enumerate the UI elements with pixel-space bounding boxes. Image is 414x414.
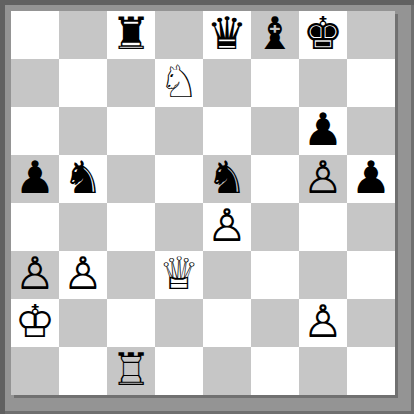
square-a7[interactable] xyxy=(11,59,59,107)
black-bishop[interactable]: ♝ xyxy=(255,11,295,58)
white-rook[interactable]: ♖ xyxy=(111,347,151,394)
square-b3[interactable]: ♙ xyxy=(59,251,107,299)
white-king[interactable]: ♔ xyxy=(15,299,55,346)
square-h8[interactable] xyxy=(347,11,395,59)
square-f2[interactable] xyxy=(251,299,299,347)
square-g1[interactable] xyxy=(299,347,347,395)
black-king[interactable]: ♚ xyxy=(303,11,343,58)
square-d5[interactable] xyxy=(155,155,203,203)
square-a2[interactable]: ♔ xyxy=(11,299,59,347)
square-e7[interactable] xyxy=(203,59,251,107)
square-c3[interactable] xyxy=(107,251,155,299)
square-g7[interactable] xyxy=(299,59,347,107)
square-f4[interactable] xyxy=(251,203,299,251)
board-frame: ♜♛♝♚♘♟♟♞♞♙♟♙♙♙♕♔♙♖ xyxy=(0,0,414,414)
square-c1[interactable]: ♖ xyxy=(107,347,155,395)
square-b4[interactable] xyxy=(59,203,107,251)
square-d7[interactable]: ♘ xyxy=(155,59,203,107)
square-b5[interactable]: ♞ xyxy=(59,155,107,203)
square-g3[interactable] xyxy=(299,251,347,299)
square-g6[interactable]: ♟ xyxy=(299,107,347,155)
square-h3[interactable] xyxy=(347,251,395,299)
square-c8[interactable]: ♜ xyxy=(107,11,155,59)
white-pawn[interactable]: ♙ xyxy=(207,203,247,250)
square-f3[interactable] xyxy=(251,251,299,299)
square-b1[interactable] xyxy=(59,347,107,395)
square-a4[interactable] xyxy=(11,203,59,251)
square-e6[interactable] xyxy=(203,107,251,155)
square-e1[interactable] xyxy=(203,347,251,395)
square-d8[interactable] xyxy=(155,11,203,59)
square-f6[interactable] xyxy=(251,107,299,155)
square-g8[interactable]: ♚ xyxy=(299,11,347,59)
square-h6[interactable] xyxy=(347,107,395,155)
black-pawn[interactable]: ♟ xyxy=(351,155,391,202)
square-h5[interactable]: ♟ xyxy=(347,155,395,203)
square-c2[interactable] xyxy=(107,299,155,347)
square-a3[interactable]: ♙ xyxy=(11,251,59,299)
square-h2[interactable] xyxy=(347,299,395,347)
square-d2[interactable] xyxy=(155,299,203,347)
white-queen[interactable]: ♕ xyxy=(159,251,199,298)
black-rook[interactable]: ♜ xyxy=(111,11,151,58)
square-a6[interactable] xyxy=(11,107,59,155)
square-d1[interactable] xyxy=(155,347,203,395)
square-a5[interactable]: ♟ xyxy=(11,155,59,203)
square-h1[interactable] xyxy=(347,347,395,395)
square-h7[interactable] xyxy=(347,59,395,107)
square-f1[interactable] xyxy=(251,347,299,395)
white-knight[interactable]: ♘ xyxy=(159,59,199,106)
square-a1[interactable] xyxy=(11,347,59,395)
white-pawn[interactable]: ♙ xyxy=(303,155,343,202)
square-c7[interactable] xyxy=(107,59,155,107)
square-f5[interactable] xyxy=(251,155,299,203)
chess-board: ♜♛♝♚♘♟♟♞♞♙♟♙♙♙♕♔♙♖ xyxy=(11,11,395,395)
square-a8[interactable] xyxy=(11,11,59,59)
square-d6[interactable] xyxy=(155,107,203,155)
square-f7[interactable] xyxy=(251,59,299,107)
square-e8[interactable]: ♛ xyxy=(203,11,251,59)
square-b7[interactable] xyxy=(59,59,107,107)
square-h4[interactable] xyxy=(347,203,395,251)
square-f8[interactable]: ♝ xyxy=(251,11,299,59)
black-queen[interactable]: ♛ xyxy=(207,11,247,58)
square-e4[interactable]: ♙ xyxy=(203,203,251,251)
black-pawn[interactable]: ♟ xyxy=(303,107,343,154)
square-g5[interactable]: ♙ xyxy=(299,155,347,203)
square-b6[interactable] xyxy=(59,107,107,155)
square-e2[interactable] xyxy=(203,299,251,347)
black-pawn[interactable]: ♟ xyxy=(15,155,55,202)
square-b8[interactable] xyxy=(59,11,107,59)
square-c5[interactable] xyxy=(107,155,155,203)
white-pawn[interactable]: ♙ xyxy=(303,299,343,346)
square-d4[interactable] xyxy=(155,203,203,251)
square-g4[interactable] xyxy=(299,203,347,251)
square-b2[interactable] xyxy=(59,299,107,347)
square-g2[interactable]: ♙ xyxy=(299,299,347,347)
square-c6[interactable] xyxy=(107,107,155,155)
square-d3[interactable]: ♕ xyxy=(155,251,203,299)
square-e5[interactable]: ♞ xyxy=(203,155,251,203)
square-c4[interactable] xyxy=(107,203,155,251)
black-knight[interactable]: ♞ xyxy=(63,155,103,202)
white-pawn[interactable]: ♙ xyxy=(63,251,103,298)
black-knight[interactable]: ♞ xyxy=(207,155,247,202)
square-e3[interactable] xyxy=(203,251,251,299)
white-pawn[interactable]: ♙ xyxy=(15,251,55,298)
